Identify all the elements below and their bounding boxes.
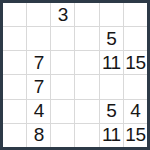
- cell-r2c5[interactable]: 5: [100, 27, 123, 50]
- cell-r1c4[interactable]: [75, 3, 98, 26]
- cell-r6c1[interactable]: [3, 124, 26, 147]
- cell-r5c4[interactable]: [75, 100, 98, 123]
- cell-r5c5[interactable]: 5: [100, 100, 123, 123]
- cell-r1c1[interactable]: [3, 3, 26, 26]
- cell-r1c2[interactable]: [27, 3, 50, 26]
- cell-r3c4[interactable]: [75, 51, 98, 74]
- cell-r4c1[interactable]: [3, 75, 26, 98]
- cell-r4c2[interactable]: 7: [27, 75, 50, 98]
- cell-r6c2[interactable]: 8: [27, 124, 50, 147]
- cell-r2c2[interactable]: [27, 27, 50, 50]
- cell-r4c5[interactable]: [100, 75, 123, 98]
- cell-r6c3[interactable]: [51, 124, 74, 147]
- cell-r3c6[interactable]: 15: [124, 51, 147, 74]
- puzzle-board: 3 5 7 11 15 7 4 5 4 8 11 15: [0, 0, 150, 150]
- cell-r3c2[interactable]: 7: [27, 51, 50, 74]
- cell-r2c4[interactable]: [75, 27, 98, 50]
- cell-r4c6[interactable]: [124, 75, 147, 98]
- cell-r5c1[interactable]: [3, 100, 26, 123]
- cell-r6c5[interactable]: 11: [100, 124, 123, 147]
- cell-r6c6[interactable]: 15: [124, 124, 147, 147]
- cell-r4c4[interactable]: [75, 75, 98, 98]
- cell-r1c5[interactable]: [100, 3, 123, 26]
- cell-r5c6[interactable]: 4: [124, 100, 147, 123]
- cell-r2c3[interactable]: [51, 27, 74, 50]
- cell-r3c3[interactable]: [51, 51, 74, 74]
- cell-r1c6[interactable]: [124, 3, 147, 26]
- cell-r5c3[interactable]: [51, 100, 74, 123]
- cell-r5c2[interactable]: 4: [27, 100, 50, 123]
- cell-r3c1[interactable]: [3, 51, 26, 74]
- cell-r2c6[interactable]: [124, 27, 147, 50]
- cell-r3c5[interactable]: 11: [100, 51, 123, 74]
- cell-r1c3[interactable]: 3: [51, 3, 74, 26]
- cell-r6c4[interactable]: [75, 124, 98, 147]
- cell-r2c1[interactable]: [3, 27, 26, 50]
- cell-r4c3[interactable]: [51, 75, 74, 98]
